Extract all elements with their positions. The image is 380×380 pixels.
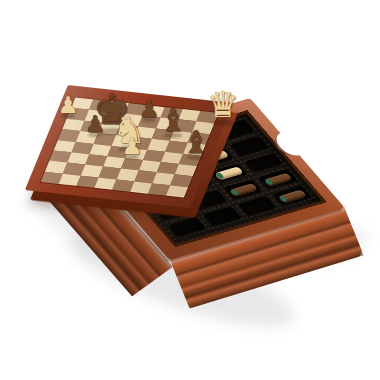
piece-white-queen-h7: ♛	[207, 87, 239, 123]
standing-pieces-layer: ♟♟♛♚♟♝♞♝♟	[0, 0, 380, 380]
piece-black-bishop-g4: ♝	[182, 127, 210, 158]
chess-set-photo-scene: ♟♟♛♚♟♝♞♝♟	[0, 0, 380, 380]
piece-white-pawn-a6: ♟	[58, 94, 79, 117]
piece-white-pawn-d3: ♟	[122, 135, 143, 158]
piece-black-pawn-c5: ♟	[85, 113, 106, 136]
